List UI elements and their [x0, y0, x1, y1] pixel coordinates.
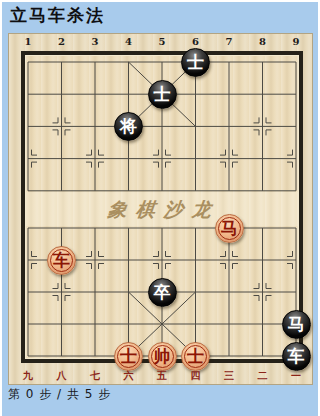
- app-window: 立马车杀法 123456789 象棋沙龙 士士将马车卒马车士帅士 九八七六五四三…: [0, 0, 320, 416]
- file-label-top-9: 9: [288, 36, 304, 47]
- board-field[interactable]: 象棋沙龙 士士将马车卒马车士帅士: [21, 51, 303, 363]
- piece-black-士[interactable]: 士: [148, 80, 177, 109]
- xiangqi-board[interactable]: 123456789 象棋沙龙 士士将马车卒马车士帅士 九八七六五四三二一: [8, 33, 313, 385]
- piece-glyph: 卒: [154, 284, 171, 301]
- piece-red-车[interactable]: 车: [47, 246, 76, 275]
- piece-black-马[interactable]: 马: [282, 310, 311, 339]
- move-counter-status: 第 0 步 / 共 5 步: [8, 386, 111, 403]
- piece-red-马[interactable]: 马: [215, 214, 244, 243]
- file-label-bottom-3: 七: [87, 369, 103, 383]
- piece-glyph: 士: [187, 348, 204, 365]
- puzzle-title: 立马车杀法: [10, 4, 105, 27]
- piece-glyph: 士: [187, 54, 204, 71]
- piece-black-卒[interactable]: 卒: [148, 278, 177, 307]
- file-label-bottom-8: 二: [255, 369, 271, 383]
- piece-glyph: 士: [120, 348, 137, 365]
- piece-red-帅[interactable]: 帅: [148, 342, 177, 371]
- piece-black-士[interactable]: 士: [181, 48, 210, 77]
- piece-red-士[interactable]: 士: [114, 342, 143, 371]
- file-label-top-4: 4: [121, 36, 137, 47]
- file-label-bottom-4: 六: [121, 369, 137, 383]
- file-label-bottom-9: 一: [288, 369, 304, 383]
- file-label-top-1: 1: [20, 36, 36, 47]
- file-label-bottom-5: 五: [154, 369, 170, 383]
- file-label-top-6: 6: [188, 36, 204, 47]
- file-label-bottom-2: 八: [54, 369, 70, 383]
- file-label-bottom-7: 三: [221, 369, 237, 383]
- file-label-bottom-6: 四: [188, 369, 204, 383]
- piece-red-士[interactable]: 士: [181, 342, 210, 371]
- piece-glyph: 将: [120, 118, 137, 135]
- file-label-top-8: 8: [255, 36, 271, 47]
- file-label-top-2: 2: [54, 36, 70, 47]
- piece-glyph: 车: [288, 348, 305, 365]
- file-label-top-3: 3: [87, 36, 103, 47]
- file-label-top-7: 7: [221, 36, 237, 47]
- piece-glyph: 车: [53, 252, 70, 269]
- file-label-bottom-1: 九: [20, 369, 36, 383]
- piece-glyph: 马: [288, 316, 305, 333]
- piece-black-将[interactable]: 将: [114, 112, 143, 141]
- piece-glyph: 帅: [154, 348, 171, 365]
- piece-black-车[interactable]: 车: [282, 342, 311, 371]
- file-label-top-5: 5: [154, 36, 170, 47]
- piece-glyph: 士: [154, 86, 171, 103]
- piece-glyph: 马: [221, 220, 238, 237]
